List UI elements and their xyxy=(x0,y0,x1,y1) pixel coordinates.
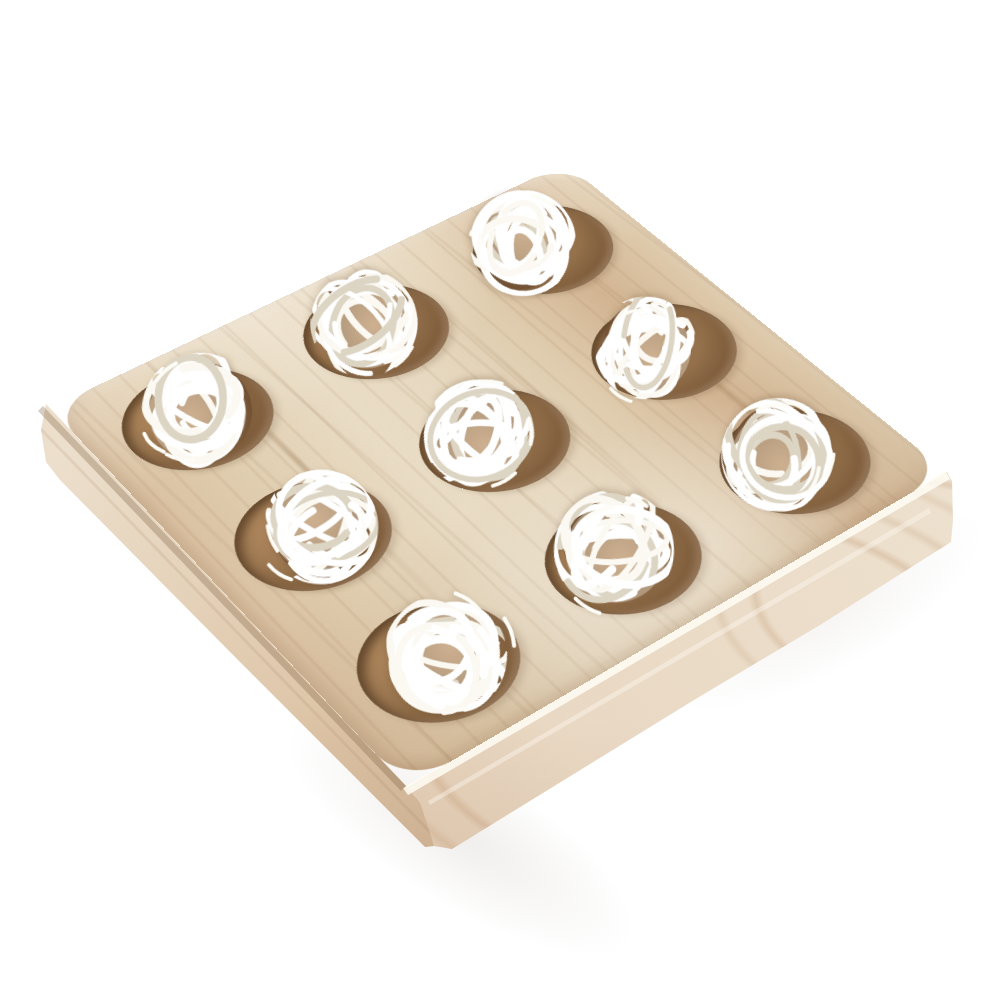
rattan-ball-graphic xyxy=(257,463,384,590)
rattan-ball[interactable] xyxy=(443,162,604,323)
rattan-ball-graphic xyxy=(357,569,531,743)
rattan-ball[interactable] xyxy=(357,569,531,743)
rattan-ball-graphic xyxy=(403,359,554,510)
rattan-ball-graphic xyxy=(283,242,445,404)
rattan-ball[interactable] xyxy=(403,359,554,510)
rattan-ball[interactable] xyxy=(586,287,707,408)
pieces-layer xyxy=(0,0,1000,1000)
rattan-ball[interactable] xyxy=(128,339,271,482)
rattan-ball-graphic xyxy=(586,287,707,408)
rattan-ball-graphic xyxy=(128,339,271,482)
rattan-ball[interactable] xyxy=(257,463,384,590)
rattan-ball-graphic xyxy=(697,375,857,535)
rattan-ball-graphic xyxy=(544,480,684,620)
rattan-ball[interactable] xyxy=(283,242,445,404)
rattan-ball-graphic xyxy=(443,162,604,323)
rattan-ball[interactable] xyxy=(697,375,857,535)
rattan-ball[interactable] xyxy=(544,480,684,620)
product-photo-stage xyxy=(0,0,1000,1000)
